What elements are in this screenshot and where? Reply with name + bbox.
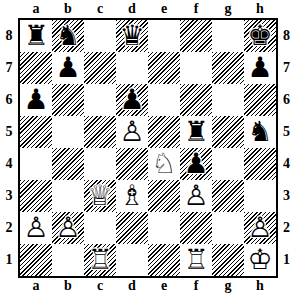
square-b7[interactable]: ♟♟	[52, 52, 84, 84]
piece-black-pawn: ♟	[244, 52, 276, 84]
square-d3[interactable]: ♝♗	[116, 180, 148, 212]
square-e8[interactable]	[148, 20, 180, 52]
square-c1[interactable]: ♜♖	[84, 244, 116, 276]
rank-labels-right: 87654321	[278, 20, 295, 276]
square-e4[interactable]: ♞♘	[148, 148, 180, 180]
piece-halo: ♟	[244, 212, 276, 244]
piece-halo: ♟	[52, 212, 84, 244]
rank-label-5: 5	[278, 116, 295, 148]
file-label-h: h	[244, 278, 276, 295]
square-b3[interactable]	[52, 180, 84, 212]
square-b1[interactable]	[52, 244, 84, 276]
piece-halo: ♟	[244, 52, 276, 84]
piece-black-pawn: ♟	[52, 52, 84, 84]
piece-halo: ♟	[20, 212, 52, 244]
square-f3[interactable]: ♟♙	[180, 180, 212, 212]
square-b5[interactable]	[52, 116, 84, 148]
piece-halo: ♞	[148, 148, 180, 180]
piece-black-rook: ♜	[20, 20, 52, 52]
file-label-e: e	[148, 278, 180, 295]
square-b8[interactable]: ♞♞	[52, 20, 84, 52]
square-e6[interactable]	[148, 84, 180, 116]
piece-white-bishop: ♗	[116, 180, 148, 212]
file-label-g: g	[212, 278, 244, 295]
file-label-h: h	[244, 0, 276, 18]
rank-label-2: 2	[0, 212, 18, 244]
square-h7[interactable]: ♟♟	[244, 52, 276, 84]
piece-halo: ♟	[180, 148, 212, 180]
square-a3[interactable]	[20, 180, 52, 212]
piece-white-rook: ♖	[180, 244, 212, 276]
square-c2[interactable]	[84, 212, 116, 244]
square-e2[interactable]	[148, 212, 180, 244]
piece-halo: ♛	[84, 180, 116, 212]
file-label-b: b	[52, 278, 84, 295]
square-f4[interactable]: ♟♟	[180, 148, 212, 180]
square-a5[interactable]	[20, 116, 52, 148]
piece-black-knight: ♞	[52, 20, 84, 52]
rank-label-1: 1	[278, 244, 295, 276]
square-a1[interactable]	[20, 244, 52, 276]
rank-label-6: 6	[278, 84, 295, 116]
piece-black-rook: ♜	[180, 116, 212, 148]
square-a8[interactable]: ♜♜	[20, 20, 52, 52]
piece-black-pawn: ♟	[116, 84, 148, 116]
piece-white-queen: ♕	[84, 180, 116, 212]
file-label-f: f	[180, 0, 212, 18]
square-g7[interactable]	[212, 52, 244, 84]
square-h6[interactable]	[244, 84, 276, 116]
square-e1[interactable]	[148, 244, 180, 276]
piece-halo: ♜	[180, 116, 212, 148]
chess-diagram: abcdefgh 87654321 ♜♜♞♞♛♛♚♚♟♟♟♟♟♟♟♟♟♙♜♜♞♞…	[0, 0, 295, 295]
square-d6[interactable]: ♟♟	[116, 84, 148, 116]
piece-halo: ♟	[116, 116, 148, 148]
square-a2[interactable]: ♟♙	[20, 212, 52, 244]
piece-white-king: ♔	[244, 244, 276, 276]
square-d4[interactable]	[116, 148, 148, 180]
rank-label-7: 7	[278, 52, 295, 84]
square-g2[interactable]	[212, 212, 244, 244]
square-b4[interactable]	[52, 148, 84, 180]
piece-black-king: ♚	[244, 20, 276, 52]
square-h1[interactable]: ♚♔	[244, 244, 276, 276]
rank-label-1: 1	[0, 244, 18, 276]
piece-halo: ♜	[180, 244, 212, 276]
piece-white-rook: ♖	[84, 244, 116, 276]
file-label-c: c	[84, 278, 116, 295]
file-label-f: f	[180, 278, 212, 295]
square-c7[interactable]	[84, 52, 116, 84]
file-label-e: e	[148, 0, 180, 18]
square-g5[interactable]	[212, 116, 244, 148]
square-h8[interactable]: ♚♚	[244, 20, 276, 52]
square-c3[interactable]: ♛♕	[84, 180, 116, 212]
rank-label-8: 8	[0, 20, 18, 52]
square-b2[interactable]: ♟♙	[52, 212, 84, 244]
rank-label-3: 3	[278, 180, 295, 212]
piece-white-pawn: ♙	[180, 180, 212, 212]
rank-label-7: 7	[0, 52, 18, 84]
piece-halo: ♞	[244, 116, 276, 148]
square-h3[interactable]	[244, 180, 276, 212]
piece-black-queen: ♛	[116, 20, 148, 52]
square-a6[interactable]: ♟♟	[20, 84, 52, 116]
square-h4[interactable]	[244, 148, 276, 180]
square-f6[interactable]	[180, 84, 212, 116]
piece-black-pawn: ♟	[20, 84, 52, 116]
square-e5[interactable]	[148, 116, 180, 148]
rank-labels-left: 87654321	[0, 20, 18, 276]
rank-label-4: 4	[278, 148, 295, 180]
square-f1[interactable]: ♜♖	[180, 244, 212, 276]
rank-label-3: 3	[0, 180, 18, 212]
piece-white-knight: ♘	[148, 148, 180, 180]
square-c6[interactable]	[84, 84, 116, 116]
file-label-a: a	[20, 0, 52, 18]
square-h5[interactable]: ♞♞	[244, 116, 276, 148]
piece-halo: ♞	[52, 20, 84, 52]
piece-halo: ♟	[52, 52, 84, 84]
rank-label-2: 2	[278, 212, 295, 244]
piece-halo: ♚	[244, 244, 276, 276]
file-label-b: b	[52, 0, 84, 18]
square-d2[interactable]	[116, 212, 148, 244]
square-a4[interactable]	[20, 148, 52, 180]
file-label-g: g	[212, 0, 244, 18]
piece-halo: ♝	[116, 180, 148, 212]
square-d5[interactable]: ♟♙	[116, 116, 148, 148]
piece-black-pawn: ♟	[180, 148, 212, 180]
square-g6[interactable]	[212, 84, 244, 116]
square-d1[interactable]	[116, 244, 148, 276]
file-label-a: a	[20, 278, 52, 295]
piece-white-pawn: ♙	[116, 116, 148, 148]
square-c8[interactable]	[84, 20, 116, 52]
square-f8[interactable]	[180, 20, 212, 52]
rank-label-4: 4	[0, 148, 18, 180]
piece-halo: ♚	[244, 20, 276, 52]
square-f2[interactable]	[180, 212, 212, 244]
file-label-c: c	[84, 0, 116, 18]
square-g1[interactable]	[212, 244, 244, 276]
piece-white-pawn: ♙	[244, 212, 276, 244]
file-label-d: d	[116, 278, 148, 295]
piece-white-pawn: ♙	[20, 212, 52, 244]
square-h2[interactable]: ♟♙	[244, 212, 276, 244]
piece-black-knight: ♞	[244, 116, 276, 148]
square-g3[interactable]	[212, 180, 244, 212]
square-e7[interactable]	[148, 52, 180, 84]
rank-label-5: 5	[0, 116, 18, 148]
square-f5[interactable]: ♜♜	[180, 116, 212, 148]
square-g8[interactable]	[212, 20, 244, 52]
piece-halo: ♛	[116, 20, 148, 52]
piece-halo: ♜	[84, 244, 116, 276]
rank-label-8: 8	[278, 20, 295, 52]
square-c5[interactable]	[84, 116, 116, 148]
file-labels-top: abcdefgh	[20, 0, 276, 18]
piece-halo: ♜	[20, 20, 52, 52]
square-g4[interactable]	[212, 148, 244, 180]
square-b6[interactable]	[52, 84, 84, 116]
square-e3[interactable]	[148, 180, 180, 212]
piece-white-pawn: ♙	[52, 212, 84, 244]
square-c4[interactable]	[84, 148, 116, 180]
square-a7[interactable]	[20, 52, 52, 84]
file-labels-bottom: abcdefgh	[20, 278, 276, 295]
rank-label-6: 6	[0, 84, 18, 116]
square-d7[interactable]	[116, 52, 148, 84]
chess-board: ♜♜♞♞♛♛♚♚♟♟♟♟♟♟♟♟♟♙♜♜♞♞♞♘♟♟♛♕♝♗♟♙♟♙♟♙♟♙♜♖…	[18, 18, 278, 278]
square-d8[interactable]: ♛♛	[116, 20, 148, 52]
piece-halo: ♟	[116, 84, 148, 116]
piece-halo: ♟	[20, 84, 52, 116]
file-label-d: d	[116, 0, 148, 18]
square-f7[interactable]	[180, 52, 212, 84]
piece-halo: ♟	[180, 180, 212, 212]
